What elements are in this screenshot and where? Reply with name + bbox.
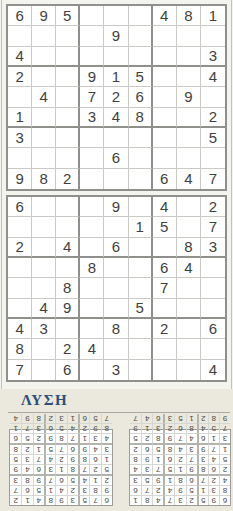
solution-right-cell-r1c6: 7 xyxy=(163,495,174,505)
solution-right-cell-r5c5: 2 xyxy=(174,454,185,464)
solution-left-cell-r8c3: 2 xyxy=(78,423,89,433)
puzzle1-cell-r9c4 xyxy=(80,169,104,189)
solution-right-cell-r9c2: 8 xyxy=(208,414,219,423)
puzzle1-cell-r6c8 xyxy=(177,108,201,128)
solution-left-cell-r7c1: 4 xyxy=(101,433,112,443)
solution-right-cell-r2c9: 6 xyxy=(130,485,141,495)
solution-right-cell-r2c6: 4 xyxy=(163,485,174,495)
solution-left-cell-r9c4: 1 xyxy=(67,414,78,423)
puzzle1-cell-r7c9: 5 xyxy=(201,128,225,148)
puzzle1-cell-r5c8: 9 xyxy=(177,87,201,107)
puzzle1-cell-r3c4 xyxy=(80,47,104,67)
solution-right-cell-r7c1: 3 xyxy=(219,433,230,443)
puzzle1-cell-r8c3 xyxy=(56,148,80,168)
solution-left-cell-r6c9: 8 xyxy=(10,443,21,454)
solution-right-cell-r7c8: 2 xyxy=(141,433,152,443)
puzzle2-cell-r6c9 xyxy=(201,299,225,319)
puzzle2-cell-r2c1 xyxy=(8,217,32,237)
solution-heading: ΛΥΣΗ xyxy=(21,392,68,409)
solution-right-cell-r1c2: 9 xyxy=(208,495,219,505)
solution-left-cell-r8c6: 6 xyxy=(44,423,55,433)
puzzle2-cell-r8c6 xyxy=(129,339,153,359)
puzzle2-cell-r5c6 xyxy=(129,278,153,298)
puzzle1-cell-r5c6: 6 xyxy=(129,87,153,107)
solution-left-cell-r3c6: 7 xyxy=(44,474,55,485)
solution-right-cell-r6c5: 4 xyxy=(174,443,185,454)
solution-left-cell-r2c1: 9 xyxy=(101,485,112,495)
puzzle2-cell-r7c7: 2 xyxy=(153,319,177,339)
solution-left-cell-r1c9: 2 xyxy=(10,495,21,505)
solution-right-cell-r6c1: 1 xyxy=(219,443,230,454)
puzzle1-cell-r2c9 xyxy=(201,26,225,46)
solution-left-cell-r8c5: 5 xyxy=(55,423,66,433)
puzzle1-cell-r5c9 xyxy=(201,87,225,107)
puzzle1-cell-r6c7 xyxy=(153,108,177,128)
solution-left-cell-r7c2: 3 xyxy=(89,433,100,443)
solution-left-cell-r6c2: 4 xyxy=(89,443,100,454)
solution-right-cell-r3c2: 2 xyxy=(208,474,219,485)
solution-right-cell-r3c4: 6 xyxy=(186,474,197,485)
solution-left-cell-r3c5: 6 xyxy=(55,474,66,485)
solution-right-cell-r5c2: 4 xyxy=(208,454,219,464)
page: 695481943291544726913482356982647 694215… xyxy=(0,0,233,511)
solution-left-cell-r4c4: 8 xyxy=(67,464,78,474)
solution-left-cell-r3c2: 1 xyxy=(89,474,100,485)
puzzle2-cell-r6c8 xyxy=(177,299,201,319)
puzzle1-cell-r6c2 xyxy=(32,108,56,128)
solution-left-cell-r4c8: 4 xyxy=(21,464,32,474)
puzzle2-cell-r4c8: 4 xyxy=(177,258,201,278)
solution-left-cell-r1c4: 3 xyxy=(67,495,78,505)
solution-right-cell-r3c6: 1 xyxy=(163,474,174,485)
solution-right-cell-r8c7: 3 xyxy=(152,423,163,433)
puzzle1-cell-r2c8 xyxy=(177,26,201,46)
solution-right-cell-r9c8: 4 xyxy=(141,414,152,423)
puzzle2-cell-r3c8: 8 xyxy=(177,238,201,258)
puzzle2-cell-r1c2 xyxy=(32,197,56,217)
solution-right-cell-r4c9: 4 xyxy=(130,464,141,474)
solution-left-cell-r9c5: 3 xyxy=(55,414,66,423)
puzzle1-cell-r1c7: 4 xyxy=(153,6,177,26)
solution-right-cell-r5c3: 3 xyxy=(197,454,208,464)
solution-right-cell-r1c7: 4 xyxy=(152,495,163,505)
solution-right-cell-r6c2: 7 xyxy=(208,443,219,454)
puzzle1-cell-r3c7 xyxy=(153,47,177,67)
puzzle1-cell-r3c3 xyxy=(56,47,80,67)
puzzle2-cell-r5c4 xyxy=(80,278,104,298)
solution-left-cell-r8c1: 8 xyxy=(101,423,112,433)
puzzle2-cell-r1c9: 2 xyxy=(201,197,225,217)
puzzle2-cell-r7c5: 8 xyxy=(104,319,128,339)
puzzle1-cell-r5c5: 2 xyxy=(104,87,128,107)
puzzle2-cell-r3c1: 2 xyxy=(8,238,32,258)
puzzle2-cell-r2c2 xyxy=(32,217,56,237)
solution-left-cell-r2c9: 7 xyxy=(10,485,21,495)
solution-right-cell-r9c1: 9 xyxy=(219,414,230,423)
puzzle1-cell-r6c5: 4 xyxy=(104,108,128,128)
solution-left-cell-r1c1: 6 xyxy=(101,495,112,505)
puzzle2-cell-r3c6 xyxy=(129,238,153,258)
puzzle1-cell-r8c2 xyxy=(32,148,56,168)
solution-right-cell-r2c5: 9 xyxy=(174,485,185,495)
puzzle1-cell-r7c7 xyxy=(153,128,177,148)
solution-right-cell-r2c7: 2 xyxy=(152,485,163,495)
solution-left-cell-r8c7: 3 xyxy=(33,423,44,433)
solution-left-cell-r8c8: 7 xyxy=(21,423,32,433)
solution-left-cell-r6c4: 6 xyxy=(67,443,78,454)
solution-left-cell-r2c7: 5 xyxy=(33,485,44,495)
solution-right-cell-r3c7: 9 xyxy=(152,474,163,485)
solution-left-cell-r3c8: 8 xyxy=(21,474,32,485)
puzzle1-cell-r2c1 xyxy=(8,26,32,46)
solution-right-cell-r3c3: 7 xyxy=(197,474,208,485)
solution-right-cell-r5c7: 1 xyxy=(152,454,163,464)
puzzle1-cell-r5c4: 7 xyxy=(80,87,104,107)
solution-left-cell-r2c3: 3 xyxy=(78,485,89,495)
puzzle2-cell-r1c4 xyxy=(80,197,104,217)
solution-left-cell-r9c8: 9 xyxy=(21,414,32,423)
solution-left-cell-r4c3: 7 xyxy=(78,464,89,474)
solution-right-cell-r1c4: 2 xyxy=(186,495,197,505)
solution-left-cell-r5c4: 9 xyxy=(67,454,78,464)
puzzle2-cell-r7c6 xyxy=(129,319,153,339)
solution-left-cell-r2c6: 1 xyxy=(44,485,55,495)
solution-right-cell-r1c3: 5 xyxy=(197,495,208,505)
puzzle2-cell-r8c8 xyxy=(177,339,201,359)
puzzle2-cell-r9c4 xyxy=(80,360,104,380)
solution-right-cell-r7c7: 8 xyxy=(152,433,163,443)
solution-left-cell-r1c6: 8 xyxy=(44,495,55,505)
puzzle2-cell-r4c3 xyxy=(56,258,80,278)
puzzle2-cell-r5c8 xyxy=(177,278,201,298)
puzzle1-cell-r2c2 xyxy=(32,26,56,46)
solution-left-cell-r5c2: 6 xyxy=(89,454,100,464)
puzzle1-cell-r6c1: 1 xyxy=(8,108,32,128)
solution-left-cell-r5c6: 4 xyxy=(44,454,55,464)
solution-right-cell-r4c2: 6 xyxy=(208,464,219,474)
solution-right-cell-r8c1: 7 xyxy=(219,423,230,433)
solution-left-cell-r8c2: 9 xyxy=(89,423,100,433)
solution-right-cell-r8c8: 1 xyxy=(141,423,152,433)
solution-grid-right-upside-down: 6952374818315942764276819532689157345437… xyxy=(129,429,231,506)
puzzle2-cell-r8c9 xyxy=(201,339,225,359)
heading-rule xyxy=(8,412,230,413)
solution-right-cell-r4c4: 9 xyxy=(186,464,197,474)
solution-left-cell-r1c5: 9 xyxy=(55,495,66,505)
puzzle2-cell-r7c2: 3 xyxy=(32,319,56,339)
puzzle1-cell-r2c4 xyxy=(80,26,104,46)
puzzle1-cell-r9c5 xyxy=(104,169,128,189)
puzzle2-cell-r9c8 xyxy=(177,360,201,380)
puzzle1-cell-r4c9: 4 xyxy=(201,67,225,87)
puzzle1-cell-r3c1: 4 xyxy=(8,47,32,67)
puzzle1-cell-r2c3 xyxy=(56,26,80,46)
solution-left-cell-r2c5: 4 xyxy=(55,485,66,495)
puzzle1-cell-r6c3 xyxy=(56,108,80,128)
puzzle1-cell-r2c5: 9 xyxy=(104,26,128,46)
puzzle2-cell-r4c1 xyxy=(8,258,32,278)
puzzle2-cell-r6c7 xyxy=(153,299,177,319)
puzzle2-cell-r9c1: 7 xyxy=(8,360,32,380)
puzzle2-cell-r3c7 xyxy=(153,238,177,258)
solution-right-cell-r2c2: 3 xyxy=(208,485,219,495)
puzzle2-cell-r6c4 xyxy=(80,299,104,319)
solution-left-cell-r5c5: 2 xyxy=(55,454,66,464)
solution-right-cell-r3c1: 4 xyxy=(219,474,230,485)
puzzle2-cell-r1c1: 6 xyxy=(8,197,32,217)
solution-left-cell-r7c8: 5 xyxy=(21,433,32,443)
puzzle1-cell-r7c8 xyxy=(177,128,201,148)
puzzle2-cell-r5c5 xyxy=(104,278,128,298)
solution-left-cell-r1c7: 4 xyxy=(33,495,44,505)
puzzle1-cell-r9c8: 4 xyxy=(177,169,201,189)
puzzle2-cell-r1c5: 9 xyxy=(104,197,128,217)
solution-right-cell-r3c5: 8 xyxy=(174,474,185,485)
puzzle1-cell-r5c1 xyxy=(8,87,32,107)
solution-right-cell-r9c7: 6 xyxy=(152,414,163,423)
puzzle1-cell-r9c2: 8 xyxy=(32,169,56,189)
solution-left-cell-r2c2: 8 xyxy=(89,485,100,495)
solution-left-cell-r5c9: 5 xyxy=(10,454,21,464)
puzzle1-cell-r8c5: 6 xyxy=(104,148,128,168)
puzzle2-cell-r4c9 xyxy=(201,258,225,278)
solution-right-cell-r5c4: 7 xyxy=(186,454,197,464)
puzzle2-cell-r5c3: 8 xyxy=(56,278,80,298)
puzzle1-cell-r5c2: 4 xyxy=(32,87,56,107)
solution-left-cell-r3c4: 5 xyxy=(67,474,78,485)
puzzle2-cell-r9c6 xyxy=(129,360,153,380)
solution-right-cell-r7c4: 4 xyxy=(186,433,197,443)
puzzle2-cell-r8c7 xyxy=(153,339,177,359)
puzzle1-cell-r5c7 xyxy=(153,87,177,107)
solution-left-cell-r1c3: 5 xyxy=(78,495,89,505)
solution-right-cell-r1c8: 8 xyxy=(141,495,152,505)
puzzle2-cell-r1c7: 4 xyxy=(153,197,177,217)
puzzle2-cell-r9c3: 6 xyxy=(56,360,80,380)
puzzle2-cell-r8c1: 8 xyxy=(8,339,32,359)
puzzle2-cell-r2c8 xyxy=(177,217,201,237)
puzzle2-cell-r6c2: 4 xyxy=(32,299,56,319)
solution-left-cell-r8c9: 1 xyxy=(10,423,21,433)
puzzle1-cell-r8c6 xyxy=(129,148,153,168)
solution-left-cell-r7c5: 8 xyxy=(55,433,66,443)
solution-right-cell-r9c3: 2 xyxy=(197,414,208,423)
solution-left-cell-r3c3: 4 xyxy=(78,474,89,485)
solution-left-cell-r4c1: 5 xyxy=(101,464,112,474)
puzzle1-cell-r2c6 xyxy=(129,26,153,46)
puzzle2-cell-r8c5 xyxy=(104,339,128,359)
solution-left-cell-r9c3: 6 xyxy=(78,414,89,423)
puzzle2-cell-r3c5: 6 xyxy=(104,238,128,258)
solution-left-cell-r9c7: 8 xyxy=(33,414,44,423)
puzzle2-cell-r8c2 xyxy=(32,339,56,359)
solution-right-cell-r1c9: 1 xyxy=(130,495,141,505)
puzzle2-cell-r3c4 xyxy=(80,238,104,258)
solution-left-cell-r6c5: 7 xyxy=(55,443,66,454)
puzzle2-cell-r7c9: 6 xyxy=(201,319,225,339)
puzzle2-cell-r9c7 xyxy=(153,360,177,380)
puzzle2-cell-r7c3 xyxy=(56,319,80,339)
solution-right-cell-r9c6: 3 xyxy=(163,414,174,423)
solution-left-cell-r7c7: 2 xyxy=(33,433,44,443)
solution-left-cell-r4c9: 9 xyxy=(10,464,21,474)
puzzle2-cell-r2c7: 5 xyxy=(153,217,177,237)
solution-left-cell-r5c7: 7 xyxy=(33,454,44,464)
solution-right-cell-r2c8: 7 xyxy=(141,485,152,495)
solution-right-cell-r8c4: 8 xyxy=(186,423,197,433)
puzzle2-cell-r5c9 xyxy=(201,278,225,298)
puzzle2-cell-r6c5 xyxy=(104,299,128,319)
solution-left-cell-r8c4: 4 xyxy=(67,423,78,433)
puzzle1-cell-r4c3 xyxy=(56,67,80,87)
puzzle1-cell-r1c4 xyxy=(80,6,104,26)
solution-left-cell-r6c1: 3 xyxy=(101,443,112,454)
solution-right-cell-r4c1: 2 xyxy=(219,464,230,474)
puzzle1-cell-r1c2: 9 xyxy=(32,6,56,26)
puzzle1-cell-r4c2 xyxy=(32,67,56,87)
puzzle2-cell-r2c4 xyxy=(80,217,104,237)
puzzle1-cell-r1c9: 1 xyxy=(201,6,225,26)
puzzle1-cell-r6c4: 3 xyxy=(80,108,104,128)
puzzle1-cell-r3c6 xyxy=(129,47,153,67)
puzzle1-cell-r7c5 xyxy=(104,128,128,148)
puzzle1-cell-r4c4: 9 xyxy=(80,67,104,87)
solution-left-cell-r5c8: 3 xyxy=(21,454,32,464)
puzzle2-cell-r8c4: 4 xyxy=(80,339,104,359)
solution-right-cell-r8c9: 9 xyxy=(130,423,141,433)
puzzle2-cell-r4c4: 8 xyxy=(80,258,104,278)
puzzle2-cell-r6c1 xyxy=(8,299,32,319)
solution-left-cell-r5c3: 8 xyxy=(78,454,89,464)
solution-left-cell-r4c2: 2 xyxy=(89,464,100,474)
solution-left-cell-r3c9: 3 xyxy=(10,474,21,485)
solution-right-cell-r4c8: 3 xyxy=(141,464,152,474)
puzzle1-cell-r7c4 xyxy=(80,128,104,148)
solution-right-cell-r3c9: 3 xyxy=(130,474,141,485)
solution-left-cell-r6c8: 2 xyxy=(21,443,32,454)
solution-right-cell-r5c6: 6 xyxy=(163,454,174,464)
puzzle1-cell-r1c5 xyxy=(104,6,128,26)
solution-left-cell-r1c8: 1 xyxy=(21,495,32,505)
puzzle1-cell-r4c7 xyxy=(153,67,177,87)
puzzle1-cell-r8c1 xyxy=(8,148,32,168)
solution-right-cell-r4c7: 7 xyxy=(152,464,163,474)
puzzle2-cell-r7c1: 4 xyxy=(8,319,32,339)
puzzle2-cell-r9c2 xyxy=(32,360,56,380)
solution-left-cell-r9c6: 2 xyxy=(44,414,55,423)
puzzle1-cell-r8c8 xyxy=(177,148,201,168)
solution-left-cell-r9c1: 7 xyxy=(101,414,112,423)
solution-right-cell-r6c3: 9 xyxy=(197,443,208,454)
puzzle2-cell-r5c1 xyxy=(8,278,32,298)
solution-right-cell-r6c6: 8 xyxy=(163,443,174,454)
solution-left-cell-r2c4: 2 xyxy=(67,485,78,495)
puzzle1-cell-r4c6: 5 xyxy=(129,67,153,87)
puzzle2-cell-r2c3 xyxy=(56,217,80,237)
puzzle1-cell-r9c9: 7 xyxy=(201,169,225,189)
puzzle1-cell-r9c1: 9 xyxy=(8,169,32,189)
sudoku-puzzle-grid-2: 69421572468386487495438268247634 xyxy=(6,195,227,382)
puzzle2-cell-r1c8 xyxy=(177,197,201,217)
puzzle1-cell-r9c3: 2 xyxy=(56,169,80,189)
puzzle1-cell-r7c2 xyxy=(32,128,56,148)
solution-right-cell-r2c1: 8 xyxy=(219,485,230,495)
puzzle1-cell-r9c7: 6 xyxy=(153,169,177,189)
solution-right-cell-r9c4: 1 xyxy=(186,414,197,423)
solution-left-cell-r2c8: 6 xyxy=(21,485,32,495)
puzzle2-cell-r1c6 xyxy=(129,197,153,217)
puzzle2-cell-r4c5 xyxy=(104,258,128,278)
puzzle2-cell-r2c5 xyxy=(104,217,128,237)
solution-left-cell-r9c2: 5 xyxy=(89,414,100,423)
solution-right-cell-r6c9: 2 xyxy=(130,443,141,454)
solution-right-cell-r7c2: 1 xyxy=(208,433,219,443)
solution-left-cell-r4c7: 6 xyxy=(33,464,44,474)
puzzle2-cell-r6c3: 9 xyxy=(56,299,80,319)
puzzle2-cell-r3c3: 4 xyxy=(56,238,80,258)
solution-right-cell-r8c3: 4 xyxy=(197,423,208,433)
puzzle1-cell-r1c1: 6 xyxy=(8,6,32,26)
puzzle1-cell-r7c6 xyxy=(129,128,153,148)
puzzle2-cell-r1c3 xyxy=(56,197,80,217)
solution-grid-left-upside-down: 6753984129832415672145679835278136491689… xyxy=(9,429,113,506)
solution-left-cell-r7c9: 6 xyxy=(10,433,21,443)
puzzle2-cell-r4c6 xyxy=(129,258,153,278)
solution-right-cell-r7c5: 7 xyxy=(174,433,185,443)
solution-band: ΛΥΣΗ 67539841298324156721456798352781364… xyxy=(0,389,233,511)
solution-left-cell-r7c4: 7 xyxy=(67,433,78,443)
puzzle1-cell-r3c9: 3 xyxy=(201,47,225,67)
solution-left-cell-r6c3: 9 xyxy=(78,443,89,454)
solution-right-cell-r4c5: 1 xyxy=(174,464,185,474)
puzzle1-cell-r8c9 xyxy=(201,148,225,168)
puzzle1-cell-r3c5 xyxy=(104,47,128,67)
solution-right-cell-r9c5: 5 xyxy=(174,414,185,423)
solution-right-cell-r7c3: 6 xyxy=(197,433,208,443)
puzzle1-cell-r2c7 xyxy=(153,26,177,46)
puzzle1-cell-r9c6 xyxy=(129,169,153,189)
solution-left-cell-r5c1: 1 xyxy=(101,454,112,464)
solution-right-cell-r5c8: 9 xyxy=(141,454,152,464)
puzzle2-cell-r5c7: 7 xyxy=(153,278,177,298)
solution-left-cell-r4c5: 1 xyxy=(55,464,66,474)
puzzle2-cell-r8c3: 2 xyxy=(56,339,80,359)
puzzle1-cell-r1c6 xyxy=(129,6,153,26)
solution-right-cell-r9c9: 7 xyxy=(130,414,141,423)
puzzle1-cell-r1c3: 5 xyxy=(56,6,80,26)
puzzle1-cell-r4c5: 1 xyxy=(104,67,128,87)
solution-left-cell-r7c6: 9 xyxy=(44,433,55,443)
puzzle2-cell-r2c6: 1 xyxy=(129,217,153,237)
puzzle1-cell-r4c1: 2 xyxy=(8,67,32,87)
puzzle2-cell-r4c2 xyxy=(32,258,56,278)
puzzle1-cell-r1c8: 8 xyxy=(177,6,201,26)
solution-left-cell-r6c7: 1 xyxy=(33,443,44,454)
puzzle2-cell-r9c9: 4 xyxy=(201,360,225,380)
solution-right-cell-r6c7: 5 xyxy=(152,443,163,454)
solution-right-cell-r1c5: 3 xyxy=(174,495,185,505)
solution-right-cell-r2c4: 5 xyxy=(186,485,197,495)
puzzle2-cell-r4c7: 6 xyxy=(153,258,177,278)
solution-right-cell-r6c8: 6 xyxy=(141,443,152,454)
solution-right-cell-r8c6: 2 xyxy=(163,423,174,433)
puzzle1-cell-r7c1: 3 xyxy=(8,128,32,148)
puzzle2-cell-r7c8 xyxy=(177,319,201,339)
puzzle2-cell-r2c9: 7 xyxy=(201,217,225,237)
solution-right-cell-r5c1: 5 xyxy=(219,454,230,464)
solution-left-cell-r4c6: 3 xyxy=(44,464,55,474)
solution-left-cell-r6c6: 5 xyxy=(44,443,55,454)
